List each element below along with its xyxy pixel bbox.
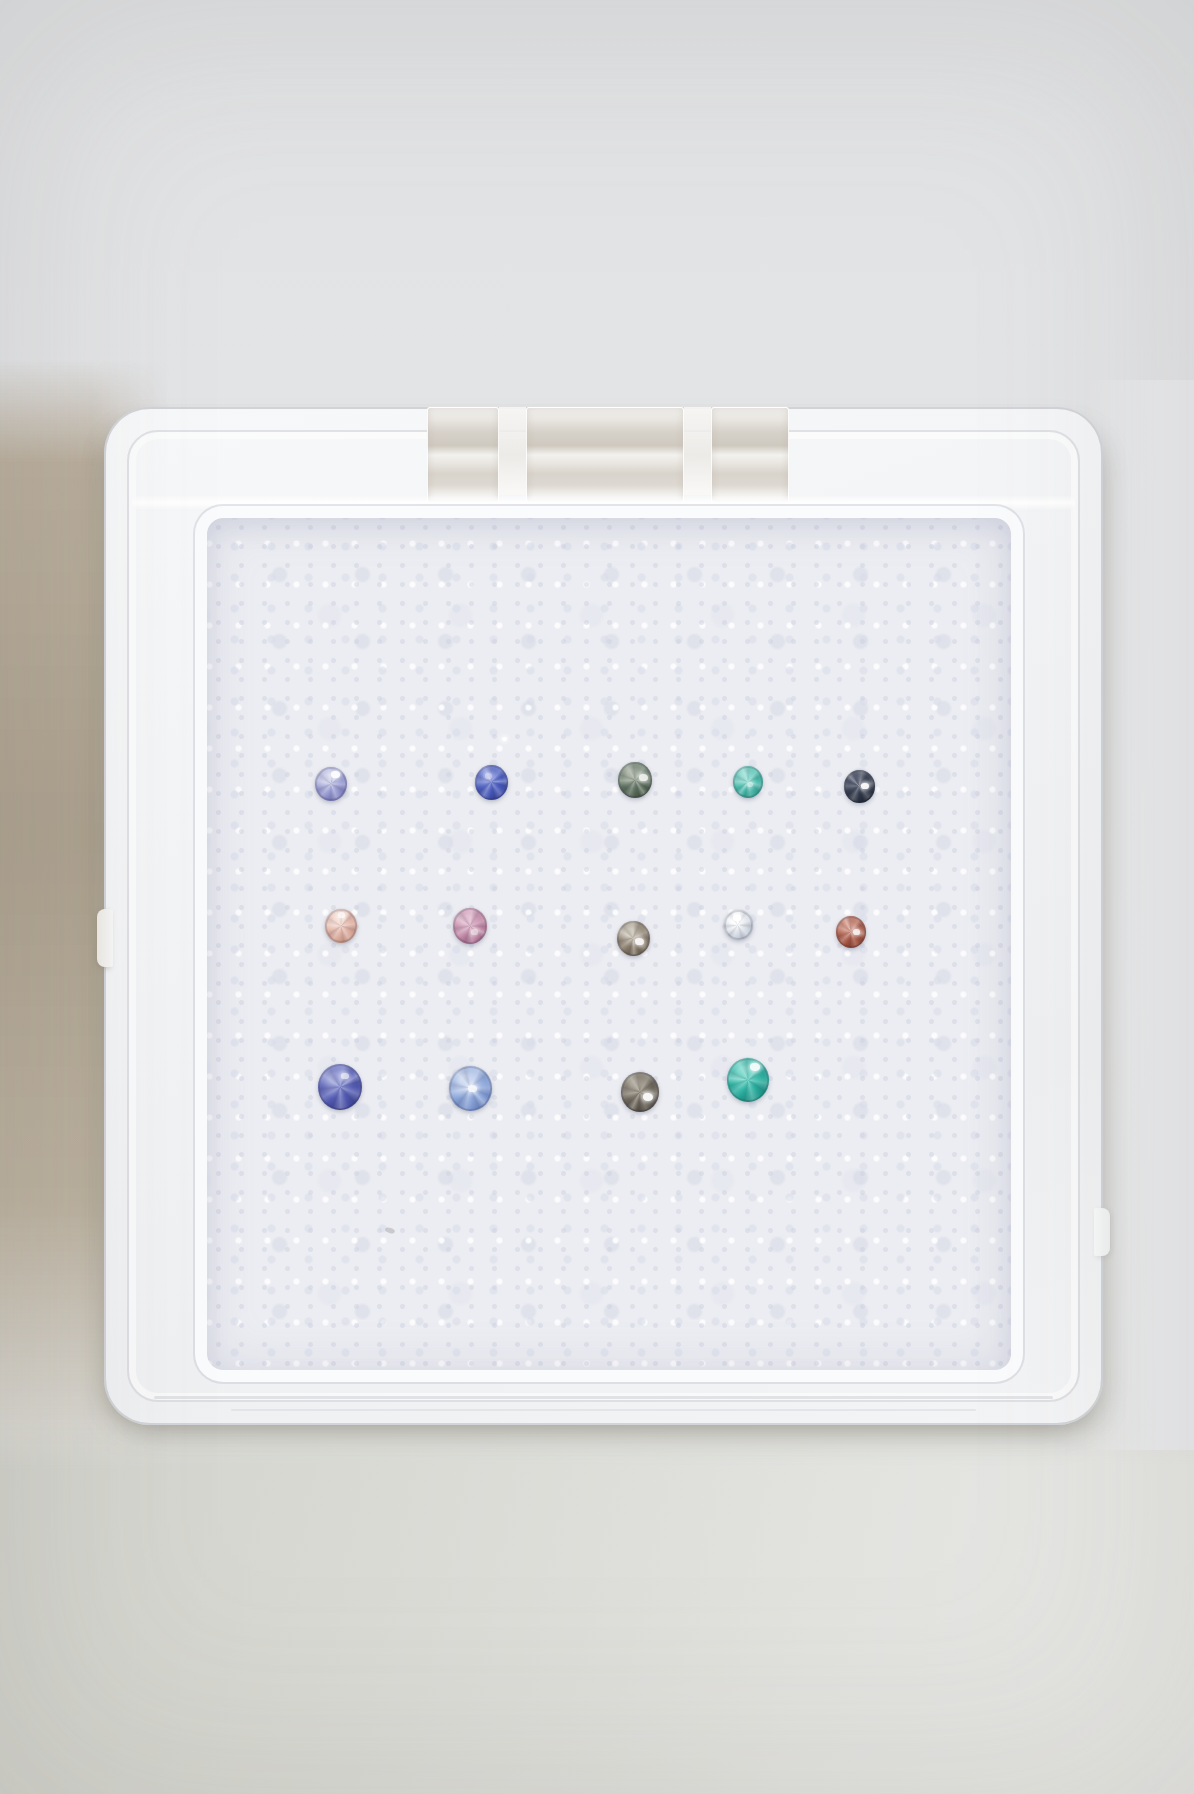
bottom-seam-line xyxy=(154,1396,1053,1399)
lid-top-seam xyxy=(132,496,1075,511)
box-hinge xyxy=(427,407,789,503)
photo-scene xyxy=(0,0,1194,1794)
bottom-seam-line-2 xyxy=(231,1409,976,1411)
foam-bright-speck xyxy=(502,737,507,741)
hinge-block-left xyxy=(427,407,499,503)
left-latch-tab xyxy=(97,909,113,967)
foam-insert xyxy=(207,518,1011,1370)
hinge-block-middle xyxy=(526,407,684,503)
hinge-gap-left xyxy=(499,407,526,495)
tabletop-bottom-area xyxy=(0,1422,1194,1794)
right-latch-tab xyxy=(1094,1208,1110,1256)
hinge-block-right xyxy=(711,407,789,503)
gem-box xyxy=(104,407,1103,1425)
hinge-gap-right xyxy=(684,407,711,495)
